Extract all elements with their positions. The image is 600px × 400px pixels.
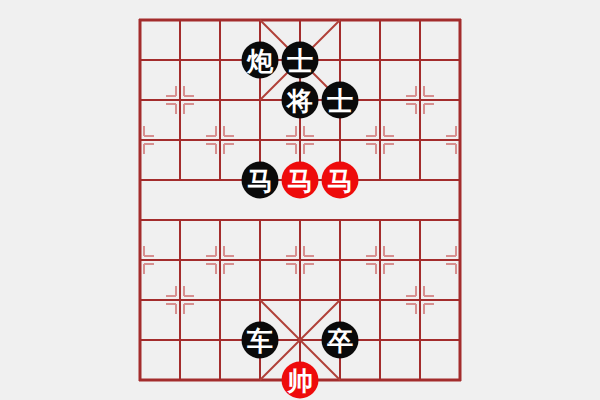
black-advisor-2[interactable]: 士 — [322, 82, 359, 119]
red-horse-2[interactable]: 马 — [322, 162, 359, 199]
pieces-layer: 炮士将士马马马车卒帅 — [0, 0, 600, 400]
black-soldier[interactable]: 卒 — [322, 322, 359, 359]
red-horse-1[interactable]: 马 — [282, 162, 319, 199]
red-general[interactable]: 帅 — [282, 362, 319, 399]
xiangqi-app: 炮士将士马马马车卒帅 — [0, 0, 600, 400]
black-chariot[interactable]: 车 — [242, 322, 279, 359]
black-general[interactable]: 将 — [282, 82, 319, 119]
black-horse[interactable]: 马 — [242, 162, 279, 199]
black-advisor-1[interactable]: 士 — [282, 42, 319, 79]
black-cannon[interactable]: 炮 — [242, 42, 279, 79]
